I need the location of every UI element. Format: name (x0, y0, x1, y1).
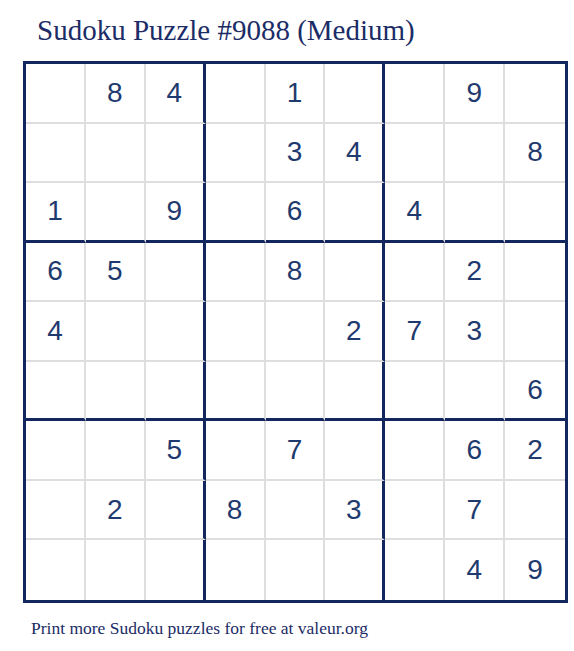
cell-r3c4 (206, 183, 266, 243)
cell-r3c5: 6 (266, 183, 326, 243)
cell-r7c7 (385, 421, 445, 481)
cell-r1c3: 4 (146, 64, 206, 124)
cell-r1c9 (505, 64, 565, 124)
cell-r7c4 (206, 421, 266, 481)
cell-r9c5 (266, 540, 326, 600)
cell-r5c3 (146, 302, 206, 362)
cell-r9c1 (26, 540, 86, 600)
cell-r8c5 (266, 481, 326, 541)
cell-r4c9 (505, 243, 565, 303)
cell-r1c4 (206, 64, 266, 124)
cell-r8c6: 3 (325, 481, 385, 541)
cell-r6c9: 6 (505, 362, 565, 422)
cell-r9c6 (325, 540, 385, 600)
cell-r7c5: 7 (266, 421, 326, 481)
cell-r2c2 (86, 124, 146, 184)
cell-r9c3 (146, 540, 206, 600)
cell-r3c3: 9 (146, 183, 206, 243)
cell-r7c3: 5 (146, 421, 206, 481)
cell-r2c8 (445, 124, 505, 184)
cell-r3c8 (445, 183, 505, 243)
cell-r4c4 (206, 243, 266, 303)
cell-r6c2 (86, 362, 146, 422)
cell-r4c5: 8 (266, 243, 326, 303)
cell-r3c7: 4 (385, 183, 445, 243)
cell-r6c1 (26, 362, 86, 422)
cell-r2c6: 4 (325, 124, 385, 184)
cell-r7c6 (325, 421, 385, 481)
cell-r1c1 (26, 64, 86, 124)
cell-r4c7 (385, 243, 445, 303)
cell-r2c1 (26, 124, 86, 184)
cell-r1c8: 9 (445, 64, 505, 124)
cell-r1c2: 8 (86, 64, 146, 124)
cell-r5c1: 4 (26, 302, 86, 362)
cell-r8c7 (385, 481, 445, 541)
cell-r4c6 (325, 243, 385, 303)
cell-r5c9 (505, 302, 565, 362)
cell-r4c3 (146, 243, 206, 303)
cell-r8c8: 7 (445, 481, 505, 541)
cell-r2c3 (146, 124, 206, 184)
cell-r3c2 (86, 183, 146, 243)
cell-r2c7 (385, 124, 445, 184)
cell-r5c4 (206, 302, 266, 362)
cell-r9c7 (385, 540, 445, 600)
cell-r9c2 (86, 540, 146, 600)
cell-r8c4: 8 (206, 481, 266, 541)
cell-r7c1 (26, 421, 86, 481)
cell-r9c4 (206, 540, 266, 600)
cell-r8c3 (146, 481, 206, 541)
cell-r9c9: 9 (505, 540, 565, 600)
cell-r3c9 (505, 183, 565, 243)
footer-text: Print more Sudoku puzzles for free at va… (31, 618, 368, 639)
cell-r8c1 (26, 481, 86, 541)
cell-r6c6 (325, 362, 385, 422)
cell-r5c8: 3 (445, 302, 505, 362)
cell-r8c2: 2 (86, 481, 146, 541)
sudoku-board: 841934819646582427365762283749 (23, 61, 568, 603)
cell-r5c7: 7 (385, 302, 445, 362)
cell-r5c2 (86, 302, 146, 362)
cell-r1c5: 1 (266, 64, 326, 124)
cell-r9c8: 4 (445, 540, 505, 600)
cell-r2c5: 3 (266, 124, 326, 184)
cell-r2c9: 8 (505, 124, 565, 184)
cell-r7c8: 6 (445, 421, 505, 481)
cell-r3c1: 1 (26, 183, 86, 243)
cell-r6c5 (266, 362, 326, 422)
page-title: Sudoku Puzzle #9088 (Medium) (37, 14, 415, 47)
cell-r3c6 (325, 183, 385, 243)
cell-r5c5 (266, 302, 326, 362)
cell-r6c4 (206, 362, 266, 422)
cell-r4c1: 6 (26, 243, 86, 303)
cell-r7c9: 2 (505, 421, 565, 481)
cell-r6c3 (146, 362, 206, 422)
cell-r4c2: 5 (86, 243, 146, 303)
cell-r8c9 (505, 481, 565, 541)
cell-r5c6: 2 (325, 302, 385, 362)
cell-r7c2 (86, 421, 146, 481)
cell-r6c8 (445, 362, 505, 422)
cell-r6c7 (385, 362, 445, 422)
cell-r2c4 (206, 124, 266, 184)
cell-r1c7 (385, 64, 445, 124)
cell-r1c6 (325, 64, 385, 124)
cell-r4c8: 2 (445, 243, 505, 303)
